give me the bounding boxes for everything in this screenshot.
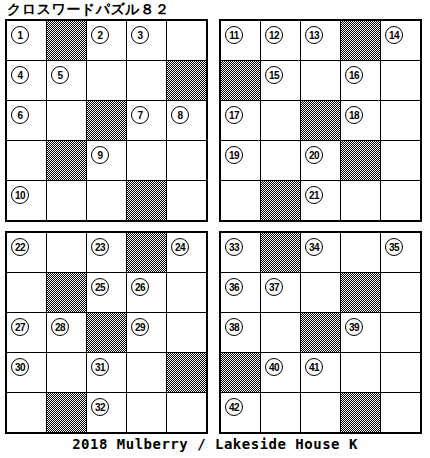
- clue-number: 26: [131, 278, 149, 296]
- blocked-cell: [221, 61, 260, 100]
- blocked-cell: [47, 393, 86, 432]
- clue-number: 38: [225, 318, 243, 336]
- crossword-grid-1: 12345678910: [5, 19, 208, 222]
- blocked-cell: [127, 181, 166, 220]
- clue-number: 12: [265, 26, 283, 44]
- puzzle-cell[interactable]: [127, 393, 166, 432]
- puzzle-cell[interactable]: 10: [7, 181, 46, 220]
- puzzle-cell[interactable]: 17: [221, 101, 260, 140]
- clue-number: 16: [345, 66, 363, 84]
- clue-number: 25: [91, 278, 109, 296]
- blocked-cell: [301, 313, 340, 352]
- clue-number: 6: [11, 106, 29, 124]
- puzzle-cell[interactable]: 16: [341, 61, 380, 100]
- puzzle-cell[interactable]: [167, 313, 206, 352]
- puzzle-cell[interactable]: 29: [127, 313, 166, 352]
- clue-number: 7: [131, 106, 149, 124]
- puzzle-cell[interactable]: [301, 393, 340, 432]
- puzzle-cell[interactable]: 7: [127, 101, 166, 140]
- puzzle-cell[interactable]: 24: [167, 233, 206, 272]
- puzzle-cell[interactable]: [261, 141, 300, 180]
- clue-number: 27: [11, 318, 29, 336]
- puzzle-cell[interactable]: 30: [7, 353, 46, 392]
- puzzle-cell[interactable]: 39: [341, 313, 380, 352]
- puzzle-cell[interactable]: [127, 353, 166, 392]
- crossword-grid-2: 1112131415161718192021: [219, 19, 422, 222]
- puzzle-cell[interactable]: 12: [261, 21, 300, 60]
- puzzle-cell[interactable]: 26: [127, 273, 166, 312]
- puzzle-cell[interactable]: 31: [87, 353, 126, 392]
- puzzle-cell[interactable]: [301, 273, 340, 312]
- clue-number: 20: [305, 146, 323, 164]
- puzzle-cell[interactable]: 21: [301, 181, 340, 220]
- puzzle-cell[interactable]: [47, 353, 86, 392]
- clue-number: 19: [225, 146, 243, 164]
- puzzle-cell[interactable]: 9: [87, 141, 126, 180]
- clue-number: 2: [91, 26, 109, 44]
- clue-number: 8: [171, 106, 189, 124]
- puzzle-cell[interactable]: 36: [221, 273, 260, 312]
- blocked-cell: [261, 181, 300, 220]
- clue-number: 35: [385, 238, 403, 256]
- clue-number: 31: [91, 358, 109, 376]
- clue-number: 37: [265, 278, 283, 296]
- puzzle-cell[interactable]: [261, 393, 300, 432]
- puzzle-cell[interactable]: [341, 181, 380, 220]
- clue-number: 13: [305, 26, 323, 44]
- crossword-grid-3: 2223242526272829303132: [5, 231, 208, 434]
- puzzle-cell[interactable]: 22: [7, 233, 46, 272]
- blocked-cell: [47, 273, 86, 312]
- clue-number: 3: [131, 26, 149, 44]
- puzzle-cell[interactable]: 5: [47, 61, 86, 100]
- puzzle-cell[interactable]: [261, 101, 300, 140]
- clue-number: 28: [51, 318, 69, 336]
- crossword-grid-4: 33343536373839404142: [219, 231, 422, 434]
- puzzle-cell[interactable]: [381, 313, 420, 352]
- puzzle-cell[interactable]: 32: [87, 393, 126, 432]
- blocked-cell: [221, 353, 260, 392]
- puzzle-cell[interactable]: [381, 273, 420, 312]
- clue-number: 32: [91, 398, 109, 416]
- puzzle-cell[interactable]: 37: [261, 273, 300, 312]
- puzzle-cell[interactable]: [7, 141, 46, 180]
- puzzle-cell[interactable]: [167, 181, 206, 220]
- puzzle-cell[interactable]: [301, 61, 340, 100]
- blocked-cell: [261, 233, 300, 272]
- puzzle-cell[interactable]: 27: [7, 313, 46, 352]
- blocked-cell: [87, 101, 126, 140]
- clue-number: 42: [225, 398, 243, 416]
- puzzle-cell[interactable]: [167, 273, 206, 312]
- puzzle-cell[interactable]: [167, 21, 206, 60]
- blocked-cell: [167, 353, 206, 392]
- puzzle-cell[interactable]: 8: [167, 101, 206, 140]
- puzzle-cell[interactable]: [341, 233, 380, 272]
- puzzle-cell[interactable]: 34: [301, 233, 340, 272]
- puzzle-cell[interactable]: 19: [221, 141, 260, 180]
- blocked-cell: [167, 61, 206, 100]
- puzzle-cell[interactable]: 20: [301, 141, 340, 180]
- puzzle-cell[interactable]: [381, 141, 420, 180]
- puzzle-cell[interactable]: [7, 273, 46, 312]
- clue-number: 23: [91, 238, 109, 256]
- puzzle-cell[interactable]: [167, 141, 206, 180]
- puzzle-cell[interactable]: [381, 61, 420, 100]
- clue-number: 15: [265, 66, 283, 84]
- clue-number: 22: [11, 238, 29, 256]
- puzzle-cell[interactable]: 23: [87, 233, 126, 272]
- puzzle-title: クロスワードパズル８２: [7, 1, 169, 21]
- copyright-credit: 2018 Mulberry / Lakeside House K: [0, 436, 430, 452]
- puzzle-cell[interactable]: 18: [341, 101, 380, 140]
- clue-number: 30: [11, 358, 29, 376]
- puzzle-cell[interactable]: 42: [221, 393, 260, 432]
- puzzle-cell[interactable]: 14: [381, 21, 420, 60]
- puzzle-cell[interactable]: [87, 181, 126, 220]
- crossword-sheet: { "game": "crossword", "title": "クロスワードパ…: [0, 0, 430, 458]
- puzzle-cell[interactable]: [47, 101, 86, 140]
- puzzle-cell[interactable]: 25: [87, 273, 126, 312]
- puzzle-cell[interactable]: 15: [261, 61, 300, 100]
- clue-number: 21: [305, 186, 323, 204]
- clue-number: 24: [171, 238, 189, 256]
- blocked-cell: [341, 141, 380, 180]
- blocked-cell: [47, 21, 86, 60]
- puzzle-cell[interactable]: [381, 353, 420, 392]
- clue-number: 14: [385, 26, 403, 44]
- clue-number: 9: [91, 146, 109, 164]
- puzzle-cell[interactable]: [47, 233, 86, 272]
- clue-number: 17: [225, 106, 243, 124]
- puzzle-cell[interactable]: 1: [7, 21, 46, 60]
- blocked-cell: [87, 313, 126, 352]
- puzzle-cell[interactable]: 35: [381, 233, 420, 272]
- blocked-cell: [341, 21, 380, 60]
- clue-number: 5: [51, 66, 69, 84]
- clue-number: 4: [11, 66, 29, 84]
- clue-number: 11: [225, 26, 243, 44]
- puzzle-cell[interactable]: 4: [7, 61, 46, 100]
- clue-number: 39: [345, 318, 363, 336]
- clue-number: 10: [11, 186, 29, 204]
- clue-number: 33: [225, 238, 243, 256]
- blocked-cell: [341, 273, 380, 312]
- puzzle-cell[interactable]: 3: [127, 21, 166, 60]
- puzzle-cell[interactable]: [7, 393, 46, 432]
- puzzle-cell[interactable]: [381, 181, 420, 220]
- clue-number: 1: [11, 26, 29, 44]
- puzzle-cell[interactable]: [261, 313, 300, 352]
- blocked-cell: [341, 393, 380, 432]
- puzzle-cell[interactable]: [221, 181, 260, 220]
- puzzle-cell[interactable]: [87, 61, 126, 100]
- blocked-cell: [127, 233, 166, 272]
- puzzle-cell[interactable]: [167, 393, 206, 432]
- clue-number: 29: [131, 318, 149, 336]
- clue-number: 18: [345, 106, 363, 124]
- puzzle-cell[interactable]: [381, 393, 420, 432]
- puzzle-cell[interactable]: [127, 141, 166, 180]
- puzzle-cell[interactable]: 33: [221, 233, 260, 272]
- puzzle-cell[interactable]: 2: [87, 21, 126, 60]
- clue-number: 41: [305, 358, 323, 376]
- puzzle-cell[interactable]: [47, 181, 86, 220]
- puzzle-cell[interactable]: [127, 61, 166, 100]
- puzzle-cell[interactable]: 38: [221, 313, 260, 352]
- puzzle-cell[interactable]: [341, 353, 380, 392]
- puzzle-cell[interactable]: 28: [47, 313, 86, 352]
- blocked-cell: [301, 101, 340, 140]
- puzzle-cell[interactable]: 6: [7, 101, 46, 140]
- puzzle-cell[interactable]: [381, 101, 420, 140]
- puzzle-cell[interactable]: 40: [261, 353, 300, 392]
- puzzle-cell[interactable]: 13: [301, 21, 340, 60]
- puzzle-cell[interactable]: 41: [301, 353, 340, 392]
- clue-number: 36: [225, 278, 243, 296]
- clue-number: 34: [305, 238, 323, 256]
- puzzle-cell[interactable]: 11: [221, 21, 260, 60]
- blocked-cell: [47, 141, 86, 180]
- clue-number: 40: [265, 358, 283, 376]
